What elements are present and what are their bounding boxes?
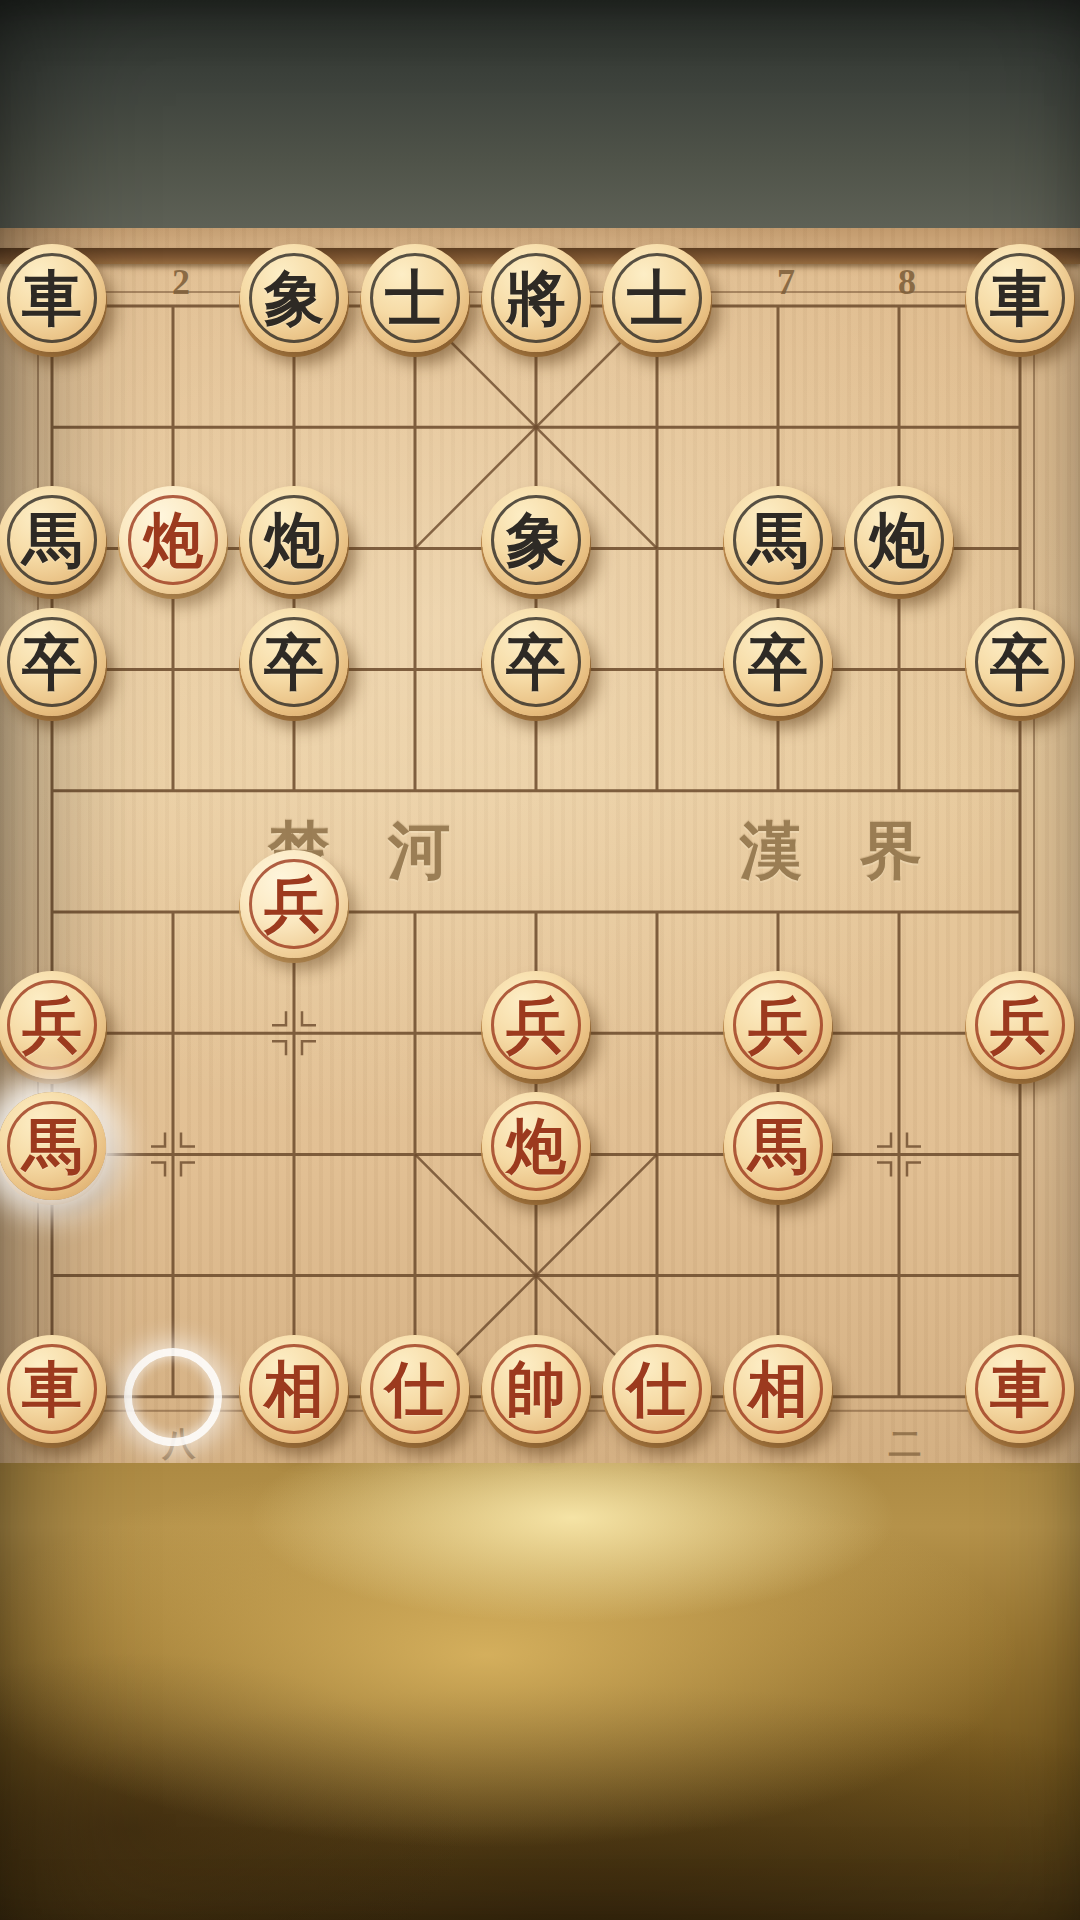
piece-glyph: 象 [264, 268, 324, 328]
piece-red-elephant[interactable]: 相 [724, 1335, 832, 1443]
piece-red-elephant[interactable]: 相 [240, 1335, 348, 1443]
piece-red-horse[interactable]: 馬 [724, 1092, 832, 1200]
piece-glyph: 卒 [748, 632, 808, 692]
piece-glyph: 炮 [264, 510, 324, 570]
piece-red-chariot[interactable]: 車 [0, 1335, 106, 1443]
file-label-top: 8 [898, 261, 916, 303]
top-letterbox-band [0, 0, 1080, 228]
river-label-right: 漢界 [740, 809, 980, 893]
piece-black-chariot[interactable]: 車 [966, 244, 1074, 352]
piece-black-general[interactable]: 將 [482, 244, 590, 352]
xiangqi-board[interactable]: 楚河 漢界 278八二 車象士將士車馬炮炮象馬炮卒卒卒卒卒兵兵兵兵兵馬炮馬車相仕… [0, 228, 1080, 1463]
piece-red-advisor[interactable]: 仕 [361, 1335, 469, 1443]
piece-red-soldier[interactable]: 兵 [240, 850, 348, 958]
piece-glyph: 士 [385, 268, 445, 328]
piece-glyph: 仕 [627, 1359, 687, 1419]
piece-glyph: 卒 [22, 632, 82, 692]
piece-glyph: 炮 [869, 510, 929, 570]
piece-glyph: 相 [748, 1359, 808, 1419]
piece-black-horse[interactable]: 馬 [724, 486, 832, 594]
piece-glyph: 象 [506, 510, 566, 570]
piece-glyph: 炮 [506, 1116, 566, 1176]
piece-glyph: 馬 [748, 510, 808, 570]
piece-black-soldier[interactable]: 卒 [724, 608, 832, 716]
piece-glyph: 士 [627, 268, 687, 328]
piece-glyph: 卒 [990, 632, 1050, 692]
piece-black-cannon[interactable]: 炮 [845, 486, 953, 594]
piece-black-elephant[interactable]: 象 [240, 244, 348, 352]
piece-glyph: 兵 [264, 874, 324, 934]
move-origin-glow [124, 1348, 222, 1446]
piece-glyph: 將 [506, 268, 566, 328]
piece-glyph: 馬 [748, 1116, 808, 1176]
piece-glyph: 車 [22, 1359, 82, 1419]
piece-red-cannon[interactable]: 炮 [119, 486, 227, 594]
piece-red-advisor[interactable]: 仕 [603, 1335, 711, 1443]
bottom-glow-band [0, 1463, 1080, 1920]
piece-glyph: 相 [264, 1359, 324, 1419]
piece-glyph: 卒 [506, 632, 566, 692]
piece-glyph: 帥 [506, 1359, 566, 1419]
piece-black-chariot[interactable]: 車 [0, 244, 106, 352]
piece-black-soldier[interactable]: 卒 [240, 608, 348, 716]
piece-black-soldier[interactable]: 卒 [966, 608, 1074, 716]
piece-red-soldier[interactable]: 兵 [966, 971, 1074, 1079]
piece-glyph: 馬 [22, 1116, 82, 1176]
piece-glyph: 仕 [385, 1359, 445, 1419]
piece-black-soldier[interactable]: 卒 [0, 608, 106, 716]
piece-glyph: 兵 [506, 995, 566, 1055]
piece-red-horse[interactable]: 馬 [0, 1092, 106, 1200]
piece-red-chariot[interactable]: 車 [966, 1335, 1074, 1443]
piece-glyph: 兵 [22, 995, 82, 1055]
file-label-top: 7 [777, 261, 795, 303]
piece-black-elephant[interactable]: 象 [482, 486, 590, 594]
piece-glyph: 車 [990, 1359, 1050, 1419]
piece-red-cannon[interactable]: 炮 [482, 1092, 590, 1200]
piece-glyph: 車 [990, 268, 1050, 328]
piece-black-soldier[interactable]: 卒 [482, 608, 590, 716]
piece-black-advisor[interactable]: 士 [361, 244, 469, 352]
piece-glyph: 卒 [264, 632, 324, 692]
game-screen: 楚河 漢界 278八二 車象士將士車馬炮炮象馬炮卒卒卒卒卒兵兵兵兵兵馬炮馬車相仕… [0, 0, 1080, 1920]
piece-glyph: 兵 [990, 995, 1050, 1055]
piece-glyph: 馬 [22, 510, 82, 570]
piece-red-general[interactable]: 帥 [482, 1335, 590, 1443]
piece-red-soldier[interactable]: 兵 [724, 971, 832, 1079]
piece-black-horse[interactable]: 馬 [0, 486, 106, 594]
piece-black-cannon[interactable]: 炮 [240, 486, 348, 594]
piece-red-soldier[interactable]: 兵 [482, 971, 590, 1079]
piece-red-soldier[interactable]: 兵 [0, 971, 106, 1079]
piece-glyph: 兵 [748, 995, 808, 1055]
piece-black-advisor[interactable]: 士 [603, 244, 711, 352]
file-label-top: 2 [172, 261, 190, 303]
file-label-bottom: 二 [889, 1422, 922, 1467]
piece-glyph: 炮 [143, 510, 203, 570]
piece-glyph: 車 [22, 268, 82, 328]
